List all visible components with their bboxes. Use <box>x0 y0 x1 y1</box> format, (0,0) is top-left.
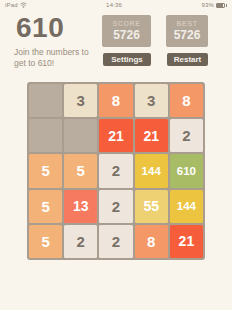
tile-55-r4c4: 55 <box>135 190 168 223</box>
page-subtitle: Join the numbers to get to 610! <box>14 47 100 69</box>
tile-610-r3c5: 610 <box>170 154 203 187</box>
tile-2-r3c3: 2 <box>99 154 132 187</box>
score-box: SCORE 5726 <box>102 15 151 47</box>
app: iPad 14:36 93% 610 Join the numbers to g… <box>0 0 232 310</box>
tile-3-r1c2: 3 <box>64 84 97 117</box>
tile-5-r5c1: 5 <box>29 225 62 258</box>
game-board[interactable]: 383821212552144610513255144522821 <box>27 82 205 260</box>
score-value: 5726 <box>113 28 140 42</box>
restart-button[interactable]: Restart <box>167 53 208 66</box>
tile-2-r5c2: 2 <box>64 225 97 258</box>
best-value: 5726 <box>174 28 201 42</box>
tile-5-r3c1: 5 <box>29 154 62 187</box>
tile-21-r2c4: 21 <box>135 119 168 152</box>
wifi-icon <box>20 2 27 8</box>
tile-8-r5c4: 8 <box>135 225 168 258</box>
tile-2-r4c3: 2 <box>99 190 132 223</box>
best-box: BEST 5726 <box>166 15 208 47</box>
best-label: BEST <box>176 20 197 27</box>
tile-3-r1c4: 3 <box>135 84 168 117</box>
tile-8-r1c5: 8 <box>170 84 203 117</box>
tile-144-r3c4: 144 <box>135 154 168 187</box>
tile-5-r3c2: 5 <box>64 154 97 187</box>
score-label: SCORE <box>113 20 141 27</box>
tile-144-r4c5: 144 <box>170 190 203 223</box>
battery-icon <box>216 3 227 8</box>
tile-2-r2c5: 2 <box>170 119 203 152</box>
page-title: 610 <box>16 12 64 44</box>
battery-percent: 93% <box>201 2 214 8</box>
tile-5-r4c1: 5 <box>29 190 62 223</box>
empty-cell-r2c2 <box>64 119 97 152</box>
status-left: iPad <box>5 2 27 8</box>
tile-21-r2c3: 21 <box>99 119 132 152</box>
empty-cell-r1c1 <box>29 84 62 117</box>
tile-2-r5c3: 2 <box>99 225 132 258</box>
device-label: iPad <box>5 2 18 8</box>
tile-13-r4c2: 13 <box>64 190 97 223</box>
tile-21-r5c5: 21 <box>170 225 203 258</box>
clock: 14:36 <box>106 2 122 8</box>
empty-cell-r2c1 <box>29 119 62 152</box>
status-bar: iPad 14:36 93% <box>0 0 232 10</box>
settings-button[interactable]: Settings <box>103 53 151 66</box>
status-right: 93% <box>201 2 227 8</box>
status-center: 14:36 <box>106 2 122 8</box>
tile-8-r1c3: 8 <box>99 84 132 117</box>
